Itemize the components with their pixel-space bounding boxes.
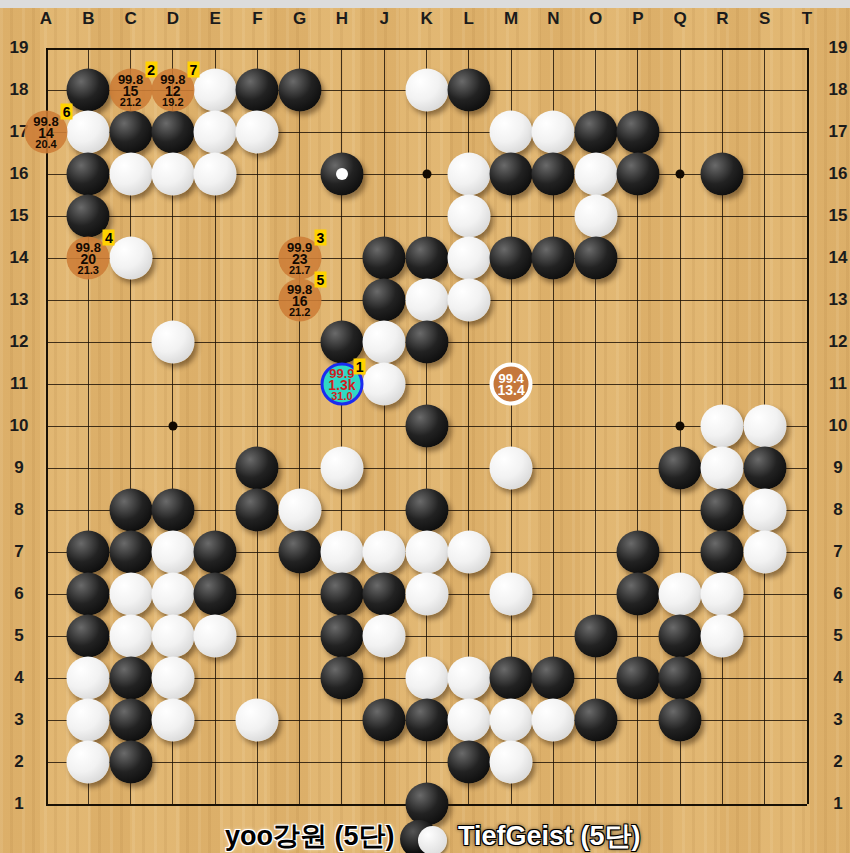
analysis-candidate-C18[interactable]: 99.81521.22 [109, 69, 152, 112]
star-point [422, 170, 431, 179]
stone-white-O15 [574, 195, 617, 238]
stone-white-E5 [194, 615, 237, 658]
coord-col-label: R [716, 9, 728, 29]
coord-row-label-left: 5 [14, 626, 23, 646]
white-stone-icon [418, 826, 447, 853]
stone-black-S9 [743, 447, 786, 490]
analysis-rank-badge: 3 [314, 230, 326, 246]
coord-row-label-left: 3 [14, 710, 23, 730]
stone-white-H7 [320, 531, 363, 574]
coord-col-label: H [336, 9, 348, 29]
coord-row-label-right: 4 [833, 668, 842, 688]
stone-black-R16 [701, 153, 744, 196]
stone-white-K18 [405, 69, 448, 112]
coord-row-label-left: 11 [10, 374, 28, 394]
stone-white-M17 [490, 111, 533, 154]
stone-white-K13 [405, 279, 448, 322]
stone-black-C17 [109, 111, 152, 154]
stone-white-H9 [320, 447, 363, 490]
coord-row-label-right: 9 [833, 458, 842, 478]
analysis-value: 21.2 [120, 97, 141, 107]
stone-black-R8 [701, 489, 744, 532]
analysis-value: 21.3 [78, 265, 99, 275]
stone-white-C16 [109, 153, 152, 196]
stone-white-J5 [363, 615, 406, 658]
stone-white-C5 [109, 615, 152, 658]
coord-col-label: M [504, 9, 518, 29]
analysis-candidate-H11[interactable]: 99.91.3k31.01 [320, 363, 363, 406]
star-point [676, 422, 685, 431]
coord-row-label-right: 5 [833, 626, 842, 646]
stone-black-J14 [363, 237, 406, 280]
stone-black-B7 [67, 531, 110, 574]
coord-row-label-right: 2 [833, 752, 842, 772]
stone-white-L16 [447, 153, 490, 196]
stone-black-Q4 [659, 657, 702, 700]
stone-black-Q5 [659, 615, 702, 658]
stone-black-J13 [363, 279, 406, 322]
coord-row-label-right: 7 [833, 542, 842, 562]
stone-white-M3 [490, 699, 533, 742]
stone-white-S8 [743, 489, 786, 532]
coord-col-label: T [802, 9, 812, 29]
stone-black-Q9 [659, 447, 702, 490]
stone-white-C6 [109, 573, 152, 616]
coord-row-label-right: 11 [829, 374, 847, 394]
stone-black-J3 [363, 699, 406, 742]
coord-col-label: E [209, 9, 220, 29]
coord-row-label-left: 9 [14, 458, 23, 478]
grid-vline [807, 48, 809, 804]
white-player-name: TiefGeist (5단) [458, 818, 641, 853]
coord-row-label-right: 8 [833, 500, 842, 520]
analysis-candidate-D18[interactable]: 99.81219.27 [151, 69, 194, 112]
stone-white-N17 [532, 111, 575, 154]
stone-white-D3 [151, 699, 194, 742]
stone-white-K7 [405, 531, 448, 574]
analysis-candidate-G13[interactable]: 99.81621.25 [278, 279, 321, 322]
coord-row-label-right: 19 [829, 38, 848, 58]
last-move-marker [336, 168, 348, 180]
coord-row-label-left: 8 [14, 500, 23, 520]
coord-row-label-right: 1 [833, 794, 842, 814]
stone-white-S10 [743, 405, 786, 448]
coord-col-label: B [82, 9, 94, 29]
stone-black-O5 [574, 615, 617, 658]
coord-row-label-left: 7 [14, 542, 23, 562]
coord-row-label-right: 12 [829, 332, 848, 352]
stone-white-D7 [151, 531, 194, 574]
stone-black-N4 [532, 657, 575, 700]
stone-black-L18 [447, 69, 490, 112]
coord-col-label: P [632, 9, 643, 29]
top-window-strip [0, 0, 850, 8]
stone-white-M2 [490, 741, 533, 784]
stone-white-G8 [278, 489, 321, 532]
stone-black-K12 [405, 321, 448, 364]
star-point [676, 170, 685, 179]
stone-black-O3 [574, 699, 617, 742]
stone-black-C4 [109, 657, 152, 700]
stone-white-J11 [363, 363, 406, 406]
coord-row-label-left: 12 [10, 332, 29, 352]
analysis-candidate-B14[interactable]: 99.82021.34 [67, 237, 110, 280]
stone-black-P6 [616, 573, 659, 616]
stone-white-F3 [236, 699, 279, 742]
coord-col-label: N [547, 9, 559, 29]
analysis-rank-badge: 4 [103, 230, 115, 246]
analysis-value: 21.2 [289, 307, 310, 317]
stone-black-J6 [363, 573, 406, 616]
stone-black-K10 [405, 405, 448, 448]
coord-row-label-right: 15 [829, 206, 848, 226]
coord-col-label: D [167, 9, 179, 29]
stone-black-B16 [67, 153, 110, 196]
stone-black-K14 [405, 237, 448, 280]
analysis-candidate-M11[interactable]: 99.413.4 [490, 363, 533, 406]
analysis-value: 20.4 [35, 139, 56, 149]
stone-black-H6 [320, 573, 363, 616]
stone-white-D6 [151, 573, 194, 616]
coord-col-label: L [464, 9, 474, 29]
stone-white-D5 [151, 615, 194, 658]
coord-row-label-right: 10 [829, 416, 848, 436]
analysis-value: 21.7 [289, 265, 310, 275]
stone-white-J12 [363, 321, 406, 364]
stone-black-K8 [405, 489, 448, 532]
stone-white-B4 [67, 657, 110, 700]
stone-black-K3 [405, 699, 448, 742]
star-point [168, 422, 177, 431]
stone-white-K6 [405, 573, 448, 616]
stone-white-S7 [743, 531, 786, 574]
analysis-rank-badge: 6 [61, 104, 73, 120]
stone-white-O16 [574, 153, 617, 196]
analysis-value: 19.2 [162, 97, 183, 107]
analysis-value: 31.0 [331, 391, 352, 401]
stone-black-H4 [320, 657, 363, 700]
stone-black-F18 [236, 69, 279, 112]
stone-white-E17 [194, 111, 237, 154]
coord-row-label-right: 3 [833, 710, 842, 730]
stone-black-B6 [67, 573, 110, 616]
stone-black-D8 [151, 489, 194, 532]
coord-col-label: F [252, 9, 262, 29]
analysis-rank-badge: 2 [145, 62, 157, 78]
stone-white-L3 [447, 699, 490, 742]
stone-black-C8 [109, 489, 152, 532]
stone-white-R10 [701, 405, 744, 448]
stone-black-E6 [194, 573, 237, 616]
stone-black-N14 [532, 237, 575, 280]
stone-black-C3 [109, 699, 152, 742]
stone-white-B3 [67, 699, 110, 742]
goban-app: yoo강원 (5단) TiefGeist (5단) ABCDEFGHJKLMNO… [0, 0, 850, 853]
stone-black-R7 [701, 531, 744, 574]
coord-row-label-right: 6 [833, 584, 842, 604]
stone-white-L4 [447, 657, 490, 700]
stone-white-L15 [447, 195, 490, 238]
coord-col-label: K [420, 9, 432, 29]
stone-white-B17 [67, 111, 110, 154]
stone-black-N16 [532, 153, 575, 196]
player-bar: yoo강원 (5단) TiefGeist (5단) [0, 812, 850, 853]
stone-black-G18 [278, 69, 321, 112]
stone-black-P17 [616, 111, 659, 154]
stone-black-D17 [151, 111, 194, 154]
stone-white-R6 [701, 573, 744, 616]
coord-col-label: G [293, 9, 306, 29]
coord-row-label-left: 6 [14, 584, 23, 604]
stone-white-M6 [490, 573, 533, 616]
stone-white-L7 [447, 531, 490, 574]
stone-black-M4 [490, 657, 533, 700]
coord-row-label-left: 1 [14, 794, 23, 814]
coord-row-label-left: 14 [10, 248, 29, 268]
coord-row-label-right: 13 [829, 290, 848, 310]
stone-black-O17 [574, 111, 617, 154]
coord-col-label: S [759, 9, 770, 29]
coord-col-label: J [380, 9, 389, 29]
stone-white-C14 [109, 237, 152, 280]
stone-white-B2 [67, 741, 110, 784]
stone-white-D4 [151, 657, 194, 700]
stone-white-K4 [405, 657, 448, 700]
stone-black-B18 [67, 69, 110, 112]
analysis-candidate-A17[interactable]: 99.81420.46 [25, 111, 68, 154]
coord-row-label-left: 10 [10, 416, 29, 436]
stone-black-P16 [616, 153, 659, 196]
coord-row-label-right: 18 [829, 80, 848, 100]
stone-black-H5 [320, 615, 363, 658]
analysis-rank-badge: 1 [354, 359, 366, 375]
stone-white-N3 [532, 699, 575, 742]
coord-row-label-left: 19 [10, 38, 29, 58]
coord-col-label: A [40, 9, 52, 29]
stone-black-L2 [447, 741, 490, 784]
analysis-rank-badge: 5 [314, 272, 326, 288]
black-player-name: yoo강원 (5단) [225, 818, 395, 853]
stone-black-O14 [574, 237, 617, 280]
stone-white-E18 [194, 69, 237, 112]
stone-black-B5 [67, 615, 110, 658]
stone-white-Q6 [659, 573, 702, 616]
stone-black-P7 [616, 531, 659, 574]
coord-row-label-right: 16 [829, 164, 848, 184]
stone-black-E7 [194, 531, 237, 574]
stone-white-J7 [363, 531, 406, 574]
stone-white-D12 [151, 321, 194, 364]
coord-row-label-left: 15 [10, 206, 29, 226]
stone-black-G7 [278, 531, 321, 574]
coord-col-label: C [124, 9, 136, 29]
coord-row-label-right: 17 [829, 122, 848, 142]
stone-black-P4 [616, 657, 659, 700]
stone-black-Q3 [659, 699, 702, 742]
stone-black-C7 [109, 531, 152, 574]
stone-black-H12 [320, 321, 363, 364]
coord-row-label-left: 4 [14, 668, 23, 688]
coord-col-label: Q [674, 9, 687, 29]
stone-black-M14 [490, 237, 533, 280]
stone-white-D16 [151, 153, 194, 196]
stone-white-R9 [701, 447, 744, 490]
grid-hline [46, 762, 807, 763]
stone-white-F17 [236, 111, 279, 154]
coord-row-label-left: 16 [10, 164, 29, 184]
stone-white-L13 [447, 279, 490, 322]
stone-white-E16 [194, 153, 237, 196]
stone-white-M9 [490, 447, 533, 490]
coord-row-label-left: 18 [10, 80, 29, 100]
coord-row-label-left: 2 [14, 752, 23, 772]
stone-white-R5 [701, 615, 744, 658]
stone-black-C2 [109, 741, 152, 784]
stone-black-F8 [236, 489, 279, 532]
analysis-rank-badge: 7 [188, 62, 200, 78]
coord-col-label: O [589, 9, 602, 29]
stone-black-F9 [236, 447, 279, 490]
stone-white-L14 [447, 237, 490, 280]
stone-black-M16 [490, 153, 533, 196]
analysis-value: 13.4 [497, 384, 524, 396]
coord-row-label-left: 13 [10, 290, 29, 310]
coord-row-label-right: 14 [829, 248, 848, 268]
